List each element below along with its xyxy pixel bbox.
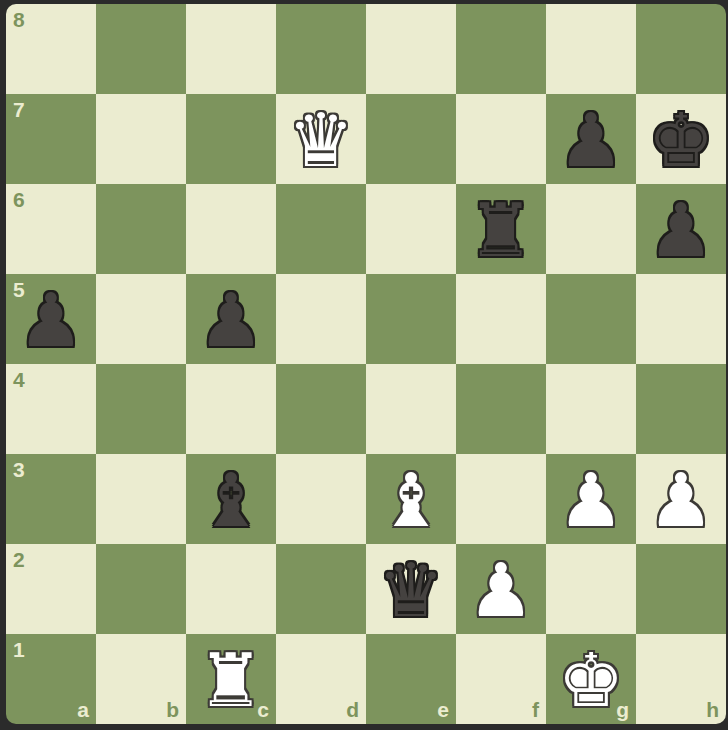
white-rook[interactable]: ♜ [198, 635, 264, 724]
square-a1[interactable]: 1a [6, 634, 96, 724]
square-e8[interactable] [366, 4, 456, 94]
square-c8[interactable] [186, 4, 276, 94]
black-queen[interactable]: ♛ [378, 545, 444, 635]
square-a8[interactable]: 8 [6, 4, 96, 94]
square-c7[interactable] [186, 94, 276, 184]
square-b6[interactable] [96, 184, 186, 274]
square-g5[interactable] [546, 274, 636, 364]
black-pawn[interactable]: ♟ [198, 275, 264, 365]
black-king[interactable]: ♚ [648, 95, 714, 185]
square-a7[interactable]: 7 [6, 94, 96, 184]
rank-label-6: 6 [13, 189, 25, 210]
rank-label-8: 8 [13, 9, 25, 30]
square-g6[interactable] [546, 184, 636, 274]
square-d8[interactable] [276, 4, 366, 94]
file-label-e: e [437, 699, 449, 720]
black-bishop[interactable]: ♝ [198, 455, 264, 545]
square-f3[interactable] [456, 454, 546, 544]
square-h4[interactable] [636, 364, 726, 454]
square-h7[interactable]: ♚ [636, 94, 726, 184]
rank-label-4: 4 [13, 369, 25, 390]
black-pawn[interactable]: ♟ [18, 275, 84, 365]
file-label-f: f [532, 699, 539, 720]
square-g1[interactable]: g♚ [546, 634, 636, 724]
square-b2[interactable] [96, 544, 186, 634]
white-bishop[interactable]: ♝ [378, 455, 444, 545]
square-d6[interactable] [276, 184, 366, 274]
square-a5[interactable]: 5♟ [6, 274, 96, 364]
square-g7[interactable]: ♟ [546, 94, 636, 184]
black-pawn[interactable]: ♟ [558, 95, 624, 185]
square-e7[interactable] [366, 94, 456, 184]
square-b3[interactable] [96, 454, 186, 544]
square-h5[interactable] [636, 274, 726, 364]
white-pawn[interactable]: ♟ [468, 545, 534, 635]
square-b5[interactable] [96, 274, 186, 364]
square-c5[interactable]: ♟ [186, 274, 276, 364]
white-king[interactable]: ♚ [558, 635, 624, 724]
square-a6[interactable]: 6 [6, 184, 96, 274]
square-e3[interactable]: ♝ [366, 454, 456, 544]
square-h6[interactable]: ♟ [636, 184, 726, 274]
board-frame: 87♛♟♚6♜♟5♟♟43♝♝♟♟2♛♟1abc♜defg♚h [0, 0, 728, 730]
square-d5[interactable] [276, 274, 366, 364]
square-g4[interactable] [546, 364, 636, 454]
square-d1[interactable]: d [276, 634, 366, 724]
black-rook[interactable]: ♜ [468, 185, 534, 275]
rank-label-2: 2 [13, 549, 25, 570]
square-c3[interactable]: ♝ [186, 454, 276, 544]
square-e6[interactable] [366, 184, 456, 274]
square-b7[interactable] [96, 94, 186, 184]
square-b4[interactable] [96, 364, 186, 454]
black-pawn[interactable]: ♟ [648, 185, 714, 275]
square-e1[interactable]: e [366, 634, 456, 724]
square-d7[interactable]: ♛ [276, 94, 366, 184]
white-queen[interactable]: ♛ [288, 95, 354, 185]
square-a2[interactable]: 2 [6, 544, 96, 634]
square-a4[interactable]: 4 [6, 364, 96, 454]
square-d2[interactable] [276, 544, 366, 634]
file-label-h: h [706, 699, 719, 720]
square-g8[interactable] [546, 4, 636, 94]
square-f7[interactable] [456, 94, 546, 184]
rank-label-3: 3 [13, 459, 25, 480]
square-c4[interactable] [186, 364, 276, 454]
square-d4[interactable] [276, 364, 366, 454]
square-c1[interactable]: c♜ [186, 634, 276, 724]
rank-label-7: 7 [13, 99, 25, 120]
square-g2[interactable] [546, 544, 636, 634]
square-b8[interactable] [96, 4, 186, 94]
square-f4[interactable] [456, 364, 546, 454]
square-c6[interactable] [186, 184, 276, 274]
white-pawn[interactable]: ♟ [558, 455, 624, 545]
file-label-a: a [77, 699, 89, 720]
white-pawn[interactable]: ♟ [648, 455, 714, 545]
file-label-b: b [166, 699, 179, 720]
square-f1[interactable]: f [456, 634, 546, 724]
square-f5[interactable] [456, 274, 546, 364]
square-a3[interactable]: 3 [6, 454, 96, 544]
square-e4[interactable] [366, 364, 456, 454]
square-h3[interactable]: ♟ [636, 454, 726, 544]
square-b1[interactable]: b [96, 634, 186, 724]
square-h2[interactable] [636, 544, 726, 634]
square-f8[interactable] [456, 4, 546, 94]
rank-label-1: 1 [13, 639, 25, 660]
square-d3[interactable] [276, 454, 366, 544]
square-h1[interactable]: h [636, 634, 726, 724]
square-h8[interactable] [636, 4, 726, 94]
square-g3[interactable]: ♟ [546, 454, 636, 544]
square-e2[interactable]: ♛ [366, 544, 456, 634]
square-c2[interactable] [186, 544, 276, 634]
chess-board: 87♛♟♚6♜♟5♟♟43♝♝♟♟2♛♟1abc♜defg♚h [6, 4, 726, 724]
square-e5[interactable] [366, 274, 456, 364]
file-label-d: d [346, 699, 359, 720]
square-f2[interactable]: ♟ [456, 544, 546, 634]
square-f6[interactable]: ♜ [456, 184, 546, 274]
